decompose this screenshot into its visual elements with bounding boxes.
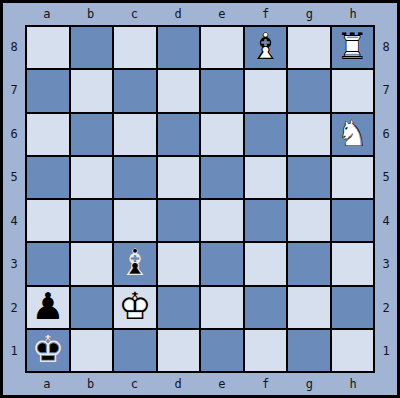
rank-label: 8 [3, 25, 25, 69]
square-g3[interactable] [288, 243, 330, 284]
rank-label: 4 [3, 199, 25, 243]
rank-labels-left: 87654321 [3, 25, 25, 373]
file-labels-bottom: abcdefgh [25, 373, 375, 395]
square-d3[interactable] [158, 243, 200, 284]
piece-black-bishop[interactable]: ♝♗ [114, 243, 156, 284]
piece-white-rook[interactable]: ♜♖ [332, 27, 374, 68]
board: ♝♗♜♖♞♘♝♗♟♚♔♚♔ [25, 25, 375, 373]
square-h5[interactable] [332, 157, 374, 198]
file-label: g [288, 373, 332, 395]
rank-label: 1 [3, 330, 25, 374]
square-d1[interactable] [158, 330, 200, 371]
square-b1[interactable] [71, 330, 113, 371]
square-f3[interactable] [245, 243, 287, 284]
square-a1[interactable]: ♚♔ [27, 330, 69, 371]
file-label: a [25, 373, 69, 395]
square-d7[interactable] [158, 70, 200, 111]
square-h2[interactable] [332, 287, 374, 328]
file-label: g [288, 3, 332, 25]
square-e5[interactable] [201, 157, 243, 198]
black-bishop-outline-glyph: ♗ [114, 242, 156, 283]
square-a7[interactable] [27, 70, 69, 111]
square-g6[interactable] [288, 114, 330, 155]
square-e2[interactable] [201, 287, 243, 328]
rank-label: 2 [375, 286, 397, 330]
file-label: d [156, 373, 200, 395]
square-d4[interactable] [158, 200, 200, 241]
white-knight-outline-glyph: ♘ [332, 113, 374, 154]
square-d5[interactable] [158, 157, 200, 198]
square-b6[interactable] [71, 114, 113, 155]
rank-label: 3 [375, 243, 397, 287]
piece-white-bishop[interactable]: ♝♗ [245, 27, 287, 68]
square-c6[interactable] [114, 114, 156, 155]
square-b3[interactable] [71, 243, 113, 284]
file-label: e [200, 373, 244, 395]
square-c5[interactable] [114, 157, 156, 198]
square-a4[interactable] [27, 200, 69, 241]
square-f1[interactable] [245, 330, 287, 371]
square-e8[interactable] [201, 27, 243, 68]
square-h4[interactable] [332, 200, 374, 241]
square-d2[interactable] [158, 287, 200, 328]
square-f8[interactable]: ♝♗ [245, 27, 287, 68]
square-h7[interactable] [332, 70, 374, 111]
square-e4[interactable] [201, 200, 243, 241]
square-c2[interactable]: ♚♔ [114, 287, 156, 328]
square-g8[interactable] [288, 27, 330, 68]
rank-label: 2 [3, 286, 25, 330]
square-a5[interactable] [27, 157, 69, 198]
black-king-outline-glyph: ♔ [27, 329, 69, 370]
square-c1[interactable] [114, 330, 156, 371]
square-c3[interactable]: ♝♗ [114, 243, 156, 284]
square-b8[interactable] [71, 27, 113, 68]
file-label: h [331, 3, 375, 25]
square-g5[interactable] [288, 157, 330, 198]
square-b5[interactable] [71, 157, 113, 198]
file-label: a [25, 3, 69, 25]
square-a3[interactable] [27, 243, 69, 284]
square-h3[interactable] [332, 243, 374, 284]
file-label: c [113, 373, 157, 395]
square-a2[interactable]: ♟ [27, 287, 69, 328]
piece-black-pawn[interactable]: ♟ [27, 287, 69, 328]
black-pawn-glyph: ♟ [27, 286, 69, 327]
rank-label: 4 [375, 199, 397, 243]
square-f5[interactable] [245, 157, 287, 198]
rank-label: 3 [3, 243, 25, 287]
square-e3[interactable] [201, 243, 243, 284]
file-label: e [200, 3, 244, 25]
square-c7[interactable] [114, 70, 156, 111]
file-label: c [113, 3, 157, 25]
square-e1[interactable] [201, 330, 243, 371]
square-h6[interactable]: ♞♘ [332, 114, 374, 155]
square-a6[interactable] [27, 114, 69, 155]
square-f7[interactable] [245, 70, 287, 111]
rank-label: 8 [375, 25, 397, 69]
square-f2[interactable] [245, 287, 287, 328]
file-label: f [244, 373, 288, 395]
square-c8[interactable] [114, 27, 156, 68]
square-g4[interactable] [288, 200, 330, 241]
square-b2[interactable] [71, 287, 113, 328]
square-d6[interactable] [158, 114, 200, 155]
square-c4[interactable] [114, 200, 156, 241]
square-g7[interactable] [288, 70, 330, 111]
square-d8[interactable] [158, 27, 200, 68]
piece-white-king[interactable]: ♚♔ [114, 287, 156, 328]
file-label: h [331, 373, 375, 395]
square-f4[interactable] [245, 200, 287, 241]
rank-label: 7 [375, 69, 397, 113]
square-a8[interactable] [27, 27, 69, 68]
square-b4[interactable] [71, 200, 113, 241]
square-g2[interactable] [288, 287, 330, 328]
file-label: b [69, 3, 113, 25]
chess-diagram: abcdefgh 87654321 ♝♗♜♖♞♘♝♗♟♚♔♚♔ 87654321… [0, 0, 400, 398]
piece-black-king[interactable]: ♚♔ [27, 330, 69, 371]
white-bishop-outline-glyph: ♗ [245, 26, 287, 67]
rank-label: 7 [3, 69, 25, 113]
white-king-outline-glyph: ♔ [114, 286, 156, 327]
square-h1[interactable] [332, 330, 374, 371]
rank-label: 6 [375, 112, 397, 156]
rank-labels-right: 87654321 [375, 25, 397, 373]
file-labels-top: abcdefgh [25, 3, 375, 25]
square-g1[interactable] [288, 330, 330, 371]
rank-label: 6 [3, 112, 25, 156]
rank-label: 5 [375, 156, 397, 200]
file-label: b [69, 373, 113, 395]
square-e6[interactable] [201, 114, 243, 155]
square-b7[interactable] [71, 70, 113, 111]
piece-white-knight[interactable]: ♞♘ [332, 114, 374, 155]
file-label: f [244, 3, 288, 25]
white-rook-outline-glyph: ♖ [332, 26, 374, 67]
rank-label: 5 [3, 156, 25, 200]
square-h8[interactable]: ♜♖ [332, 27, 374, 68]
file-label: d [156, 3, 200, 25]
square-f6[interactable] [245, 114, 287, 155]
rank-label: 1 [375, 330, 397, 374]
square-e7[interactable] [201, 70, 243, 111]
